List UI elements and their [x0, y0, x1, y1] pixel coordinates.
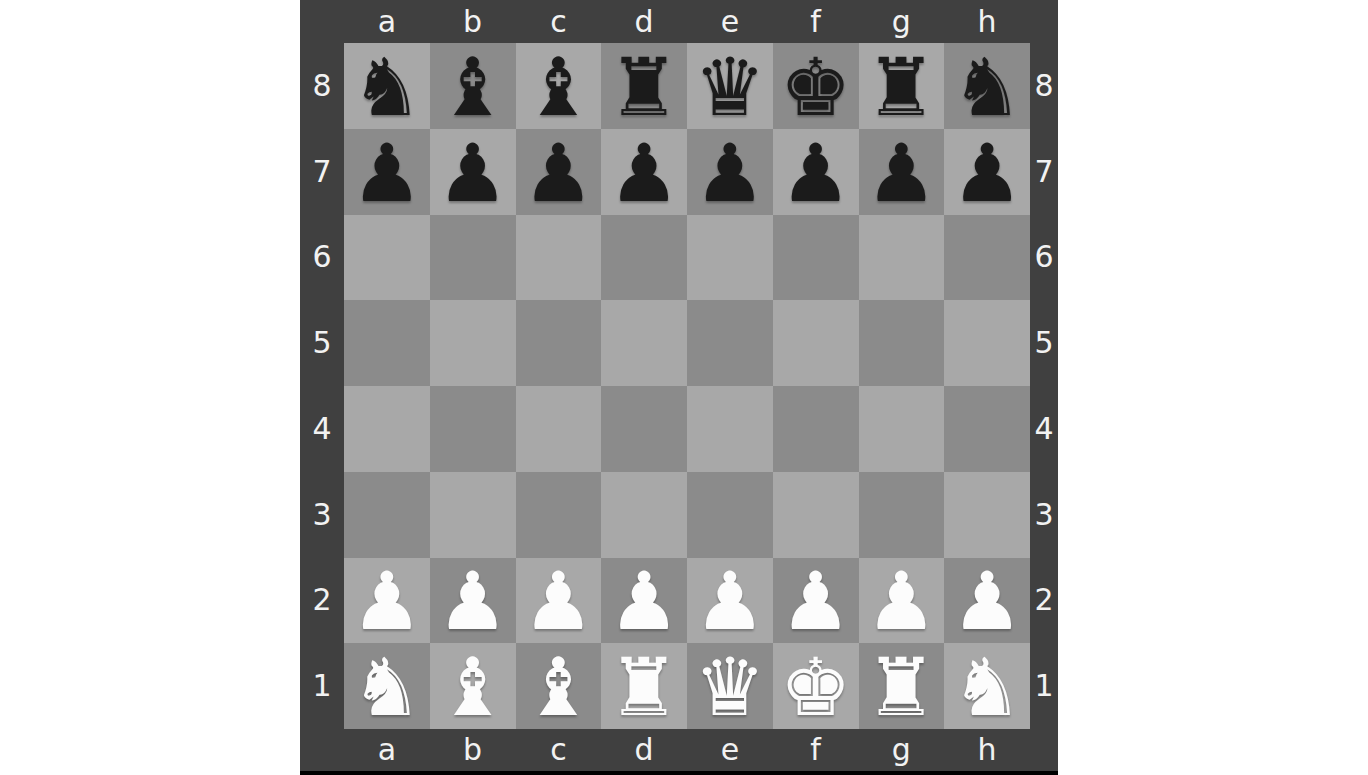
piece-white-queen-e1[interactable]: ♛ [694, 648, 766, 728]
square-f1[interactable]: ♚ [773, 643, 859, 729]
square-a1[interactable]: ♞ [344, 643, 430, 729]
page: abcdefgh 87654321 ♞♝♝♜♛♚♜♞♟♟♟♟♟♟♟♟♟♟♟♟♟♟… [0, 0, 1368, 775]
square-a4[interactable] [344, 386, 430, 472]
piece-black-rook-g8[interactable]: ♜ [866, 48, 938, 128]
rank-label-1: 1 [1030, 643, 1058, 729]
square-d7[interactable]: ♟ [601, 129, 687, 215]
square-f7[interactable]: ♟ [773, 129, 859, 215]
square-b4[interactable] [430, 386, 516, 472]
file-labels-bottom: abcdefgh [344, 729, 1030, 771]
piece-white-pawn-e2[interactable]: ♟ [694, 562, 766, 642]
piece-black-bishop-c8[interactable]: ♝ [523, 48, 595, 128]
square-g2[interactable]: ♟ [859, 558, 945, 644]
piece-white-rook-d1[interactable]: ♜ [608, 648, 680, 728]
file-label-g: g [859, 729, 945, 771]
square-h7[interactable]: ♟ [944, 129, 1030, 215]
rank-label-6: 6 [300, 215, 344, 301]
square-e5[interactable] [687, 300, 773, 386]
rank-label-6: 6 [1030, 215, 1058, 301]
square-b2[interactable]: ♟ [430, 558, 516, 644]
square-e3[interactable] [687, 472, 773, 558]
piece-white-pawn-h2[interactable]: ♟ [951, 562, 1023, 642]
piece-white-pawn-c2[interactable]: ♟ [523, 562, 595, 642]
file-label-b: b [430, 0, 516, 43]
square-a2[interactable]: ♟ [344, 558, 430, 644]
rank-label-3: 3 [1030, 472, 1058, 558]
rank-label-5: 5 [1030, 300, 1058, 386]
rank-label-7: 7 [1030, 129, 1058, 215]
piece-black-king-f8[interactable]: ♚ [780, 48, 852, 128]
rank-label-4: 4 [1030, 386, 1058, 472]
piece-black-rook-d8[interactable]: ♜ [608, 48, 680, 128]
rank-label-2: 2 [300, 558, 344, 644]
square-d6[interactable] [601, 215, 687, 301]
piece-white-bishop-c1[interactable]: ♝ [523, 648, 595, 728]
square-a7[interactable]: ♟ [344, 129, 430, 215]
file-label-c: c [516, 0, 602, 43]
file-label-a: a [344, 0, 430, 43]
square-a8[interactable]: ♞ [344, 43, 430, 129]
square-b3[interactable] [430, 472, 516, 558]
square-f2[interactable]: ♟ [773, 558, 859, 644]
piece-white-pawn-g2[interactable]: ♟ [866, 562, 938, 642]
rank-label-1: 1 [300, 643, 344, 729]
piece-black-pawn-f7[interactable]: ♟ [780, 134, 852, 214]
square-e4[interactable] [687, 386, 773, 472]
file-label-a: a [344, 729, 430, 771]
piece-black-pawn-b7[interactable]: ♟ [437, 134, 509, 214]
piece-black-queen-e8[interactable]: ♛ [694, 48, 766, 128]
square-e6[interactable] [687, 215, 773, 301]
piece-white-rook-g1[interactable]: ♜ [866, 648, 938, 728]
square-h2[interactable]: ♟ [944, 558, 1030, 644]
piece-white-pawn-d2[interactable]: ♟ [608, 562, 680, 642]
file-label-h: h [944, 0, 1030, 43]
square-e2[interactable]: ♟ [687, 558, 773, 644]
square-c6[interactable] [516, 215, 602, 301]
rank-labels-right: 87654321 [1030, 43, 1058, 729]
chess-board-panel: abcdefgh 87654321 ♞♝♝♜♛♚♜♞♟♟♟♟♟♟♟♟♟♟♟♟♟♟… [300, 0, 1058, 775]
rank-label-8: 8 [300, 43, 344, 129]
square-d1[interactable]: ♜ [601, 643, 687, 729]
square-d2[interactable]: ♟ [601, 558, 687, 644]
square-c3[interactable] [516, 472, 602, 558]
square-c5[interactable] [516, 300, 602, 386]
square-b5[interactable] [430, 300, 516, 386]
square-f5[interactable] [773, 300, 859, 386]
rank-labels-left: 87654321 [300, 43, 344, 729]
file-label-b: b [430, 729, 516, 771]
square-g5[interactable] [859, 300, 945, 386]
piece-black-pawn-d7[interactable]: ♟ [608, 134, 680, 214]
square-h1[interactable]: ♞ [944, 643, 1030, 729]
file-label-e: e [687, 729, 773, 771]
square-c4[interactable] [516, 386, 602, 472]
piece-black-pawn-a7[interactable]: ♟ [351, 134, 423, 214]
square-h8[interactable]: ♞ [944, 43, 1030, 129]
square-g1[interactable]: ♜ [859, 643, 945, 729]
rank-label-3: 3 [300, 472, 344, 558]
square-g6[interactable] [859, 215, 945, 301]
file-label-c: c [516, 729, 602, 771]
square-f3[interactable] [773, 472, 859, 558]
piece-white-pawn-a2[interactable]: ♟ [351, 562, 423, 642]
rank-label-4: 4 [300, 386, 344, 472]
square-d8[interactable]: ♜ [601, 43, 687, 129]
square-g3[interactable] [859, 472, 945, 558]
square-c8[interactable]: ♝ [516, 43, 602, 129]
rank-label-7: 7 [300, 129, 344, 215]
square-h3[interactable] [944, 472, 1030, 558]
square-c1[interactable]: ♝ [516, 643, 602, 729]
piece-white-pawn-b2[interactable]: ♟ [437, 562, 509, 642]
square-a6[interactable] [344, 215, 430, 301]
piece-white-pawn-f2[interactable]: ♟ [780, 562, 852, 642]
piece-black-bishop-b8[interactable]: ♝ [437, 48, 509, 128]
rank-label-8: 8 [1030, 43, 1058, 129]
square-d5[interactable] [601, 300, 687, 386]
piece-black-pawn-e7[interactable]: ♟ [694, 134, 766, 214]
piece-white-knight-a1[interactable]: ♞ [351, 648, 423, 728]
square-d3[interactable] [601, 472, 687, 558]
square-b7[interactable]: ♟ [430, 129, 516, 215]
file-label-f: f [773, 729, 859, 771]
square-c7[interactable]: ♟ [516, 129, 602, 215]
square-g8[interactable]: ♜ [859, 43, 945, 129]
square-g7[interactable]: ♟ [859, 129, 945, 215]
square-e1[interactable]: ♛ [687, 643, 773, 729]
rank-label-5: 5 [300, 300, 344, 386]
square-g4[interactable] [859, 386, 945, 472]
file-labels-top: abcdefgh [344, 0, 1030, 43]
square-a3[interactable] [344, 472, 430, 558]
file-label-g: g [859, 0, 945, 43]
square-h5[interactable] [944, 300, 1030, 386]
file-label-d: d [601, 0, 687, 43]
square-b1[interactable]: ♝ [430, 643, 516, 729]
square-f8[interactable]: ♚ [773, 43, 859, 129]
square-h4[interactable] [944, 386, 1030, 472]
rank-label-2: 2 [1030, 558, 1058, 644]
piece-white-king-f1[interactable]: ♚ [780, 648, 852, 728]
square-c2[interactable]: ♟ [516, 558, 602, 644]
file-label-d: d [601, 729, 687, 771]
piece-black-pawn-c7[interactable]: ♟ [523, 134, 595, 214]
piece-white-bishop-b1[interactable]: ♝ [437, 648, 509, 728]
square-f6[interactable] [773, 215, 859, 301]
square-e8[interactable]: ♛ [687, 43, 773, 129]
piece-black-knight-a8[interactable]: ♞ [351, 48, 423, 128]
square-a5[interactable] [344, 300, 430, 386]
square-e7[interactable]: ♟ [687, 129, 773, 215]
file-label-f: f [773, 0, 859, 43]
piece-black-pawn-g7[interactable]: ♟ [866, 134, 938, 214]
file-label-e: e [687, 0, 773, 43]
piece-white-knight-h1[interactable]: ♞ [951, 648, 1023, 728]
file-label-h: h [944, 729, 1030, 771]
piece-black-pawn-h7[interactable]: ♟ [951, 134, 1023, 214]
square-h6[interactable] [944, 215, 1030, 301]
square-b8[interactable]: ♝ [430, 43, 516, 129]
square-b6[interactable] [430, 215, 516, 301]
square-f4[interactable] [773, 386, 859, 472]
square-d4[interactable] [601, 386, 687, 472]
piece-black-knight-h8[interactable]: ♞ [951, 48, 1023, 128]
chess-board: ♞♝♝♜♛♚♜♞♟♟♟♟♟♟♟♟♟♟♟♟♟♟♟♟♞♝♝♜♛♚♜♞ [344, 43, 1030, 729]
